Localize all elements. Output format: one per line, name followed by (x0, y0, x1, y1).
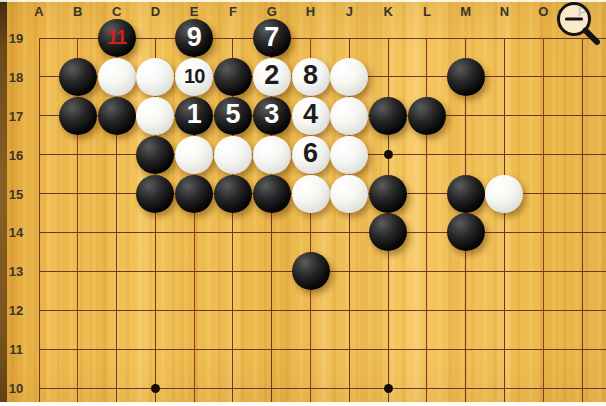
screen-top-border (0, 0, 606, 2)
move-number-2: 2 (264, 62, 279, 89)
move-number-6: 6 (303, 140, 318, 167)
stone-G15 (253, 175, 291, 213)
stone-K14 (369, 213, 407, 251)
stone-F18 (214, 58, 252, 96)
stone-H16: 6 (292, 136, 330, 174)
stone-B18 (59, 58, 97, 96)
grid-line (582, 38, 583, 406)
column-label-E: E (184, 4, 204, 19)
column-label-D: D (145, 4, 165, 19)
stone-G16 (253, 136, 291, 174)
move-number-10: 10 (184, 66, 204, 86)
zoom-out-icon[interactable] (544, 0, 606, 56)
stone-E18: 10 (175, 58, 213, 96)
column-label-B: B (68, 4, 88, 19)
grid-line (39, 232, 606, 233)
stone-N15 (485, 175, 523, 213)
stone-D18 (136, 58, 174, 96)
move-number-5: 5 (225, 101, 240, 128)
stone-L17 (408, 97, 446, 135)
stone-J18 (330, 58, 368, 96)
stone-M18 (447, 58, 485, 96)
stone-F17: 5 (214, 97, 252, 135)
move-number-3: 3 (264, 101, 279, 128)
board-surface[interactable]: ABCDEFGHJKLMNOP1918171615141312111011971… (0, 0, 606, 406)
move-number-7: 7 (264, 24, 279, 51)
stone-H13 (292, 252, 330, 290)
stone-E19: 9 (175, 19, 213, 57)
column-label-F: F (223, 4, 243, 19)
column-label-H: H (301, 4, 321, 19)
stone-F15 (214, 175, 252, 213)
stone-G18: 2 (253, 58, 291, 96)
stone-C17 (98, 97, 136, 135)
stone-H18: 8 (292, 58, 330, 96)
stone-K17 (369, 97, 407, 135)
stone-E17: 1 (175, 97, 213, 135)
move-number-11: 11 (107, 27, 126, 47)
grid-line (39, 38, 40, 406)
grid-line (39, 310, 606, 311)
move-number-8: 8 (303, 62, 318, 89)
star-point-D10 (151, 384, 160, 393)
column-label-C: C (107, 4, 127, 19)
stone-M14 (447, 213, 485, 251)
grid-line (39, 349, 606, 350)
move-number-1: 1 (187, 101, 202, 128)
stone-J16 (330, 136, 368, 174)
screen-bottom-border (0, 402, 606, 406)
grid-line (426, 38, 427, 406)
stone-E16 (175, 136, 213, 174)
stone-M15 (447, 175, 485, 213)
stone-J17 (330, 97, 368, 135)
stone-H17: 4 (292, 97, 330, 135)
column-label-J: J (339, 4, 359, 19)
board-left-edge (0, 0, 7, 406)
column-label-L: L (417, 4, 437, 19)
column-label-K: K (378, 4, 398, 19)
grid-line (543, 38, 544, 406)
grid-line (39, 388, 606, 389)
column-label-G: G (262, 4, 282, 19)
stone-K15 (369, 175, 407, 213)
column-label-A: A (29, 4, 49, 19)
move-number-4: 4 (303, 101, 318, 128)
stone-H15 (292, 175, 330, 213)
stone-C18 (98, 58, 136, 96)
stone-D15 (136, 175, 174, 213)
column-label-N: N (494, 4, 514, 19)
stone-F16 (214, 136, 252, 174)
stone-E15 (175, 175, 213, 213)
stone-D16 (136, 136, 174, 174)
stone-D17 (136, 97, 174, 135)
stone-C19: 11 (98, 19, 136, 57)
grid-line (504, 38, 505, 406)
move-number-9: 9 (187, 24, 202, 51)
stone-B17 (59, 97, 97, 135)
star-point-K16 (384, 150, 393, 159)
star-point-K10 (384, 384, 393, 393)
column-label-M: M (456, 4, 476, 19)
stone-G17: 3 (253, 97, 291, 135)
stone-G19: 7 (253, 19, 291, 57)
go-board-screen: ABCDEFGHJKLMNOP1918171615141312111011971… (0, 0, 606, 406)
stone-J15 (330, 175, 368, 213)
